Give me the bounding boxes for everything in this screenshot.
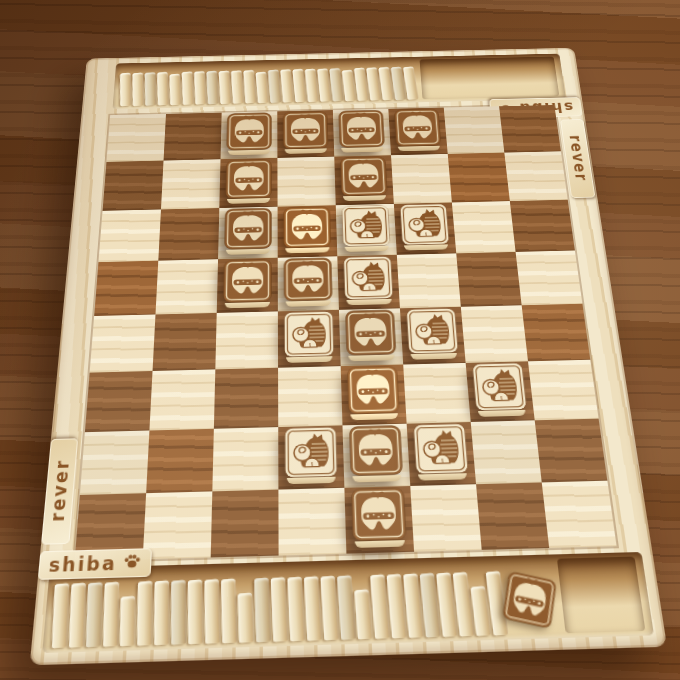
- stacked-tile[interactable]: [169, 74, 181, 106]
- brand-plaque-rever-left: rever: [41, 438, 78, 544]
- square-r3c5[interactable]: [336, 204, 397, 256]
- stacked-tile[interactable]: [254, 578, 271, 643]
- square-r5c5[interactable]: [339, 308, 403, 366]
- shiba-tail-icon: [472, 362, 528, 411]
- tile-shiba-face-side[interactable]: [347, 365, 400, 420]
- leaning-tile-face-side[interactable]: [501, 567, 557, 633]
- brand-word-rever: rever: [48, 459, 72, 523]
- tile-shiba-face-side[interactable]: [349, 424, 404, 482]
- square-r5c1[interactable]: [90, 314, 156, 372]
- square-r8c3[interactable]: [211, 490, 279, 558]
- square-r2c5[interactable]: [334, 155, 394, 205]
- tile-shiba-face-side[interactable]: [345, 309, 397, 361]
- tile-shiba-face-side[interactable]: [224, 207, 272, 254]
- square-r1c3[interactable]: [221, 111, 278, 159]
- stacked-tile[interactable]: [137, 581, 152, 646]
- empty-tray-slot-top: [420, 57, 560, 100]
- tile-shiba-face-side[interactable]: [283, 206, 331, 253]
- tile-shiba-tail-side[interactable]: [284, 310, 335, 362]
- tile-shiba-tail-side[interactable]: [343, 255, 394, 304]
- stacked-tile[interactable]: [69, 583, 86, 648]
- shiba-face-icon: [224, 207, 272, 249]
- shiba-tail-icon: [343, 255, 393, 299]
- tile-shiba-tail-side[interactable]: [413, 423, 469, 481]
- board-grid: [75, 105, 617, 561]
- square-r6c3[interactable]: [214, 368, 278, 429]
- square-r2c8[interactable]: [504, 151, 567, 201]
- stacked-tiles-bottom: [51, 571, 507, 648]
- shiba-face-icon: [347, 365, 400, 414]
- tile-shiba-face-side[interactable]: [283, 111, 329, 154]
- square-r5c4[interactable]: [278, 310, 341, 368]
- square-r8c4[interactable]: [278, 488, 346, 556]
- tile-shiba-face-side[interactable]: [226, 112, 272, 155]
- square-r2c4[interactable]: [277, 157, 335, 207]
- stacked-tile[interactable]: [221, 579, 237, 644]
- shiba-tail-icon: [284, 310, 335, 356]
- square-r2c3[interactable]: [219, 158, 277, 208]
- shiba-tail-icon: [341, 204, 390, 246]
- paw-print-icon: [122, 552, 142, 571]
- square-r6c5[interactable]: [341, 365, 407, 426]
- stacked-tile[interactable]: [280, 69, 294, 103]
- square-r4c8[interactable]: [516, 250, 583, 305]
- tile-shiba-tail-side[interactable]: [472, 362, 528, 417]
- stacked-tile[interactable]: [194, 71, 206, 105]
- square-r7c6[interactable]: [407, 422, 476, 486]
- stacked-tile[interactable]: [231, 70, 244, 104]
- stacked-tile[interactable]: [157, 72, 169, 106]
- square-r3c3[interactable]: [218, 207, 278, 260]
- paw-print-bottom: [122, 552, 142, 575]
- square-r6c2[interactable]: [149, 369, 215, 430]
- stacked-tile[interactable]: [120, 73, 131, 107]
- square-r1c8[interactable]: [499, 105, 561, 153]
- stacked-tile[interactable]: [337, 575, 356, 640]
- stacked-tile[interactable]: [103, 582, 119, 647]
- square-r3c7[interactable]: [452, 201, 516, 253]
- stacked-tile[interactable]: [287, 577, 305, 642]
- square-r1c4[interactable]: [277, 110, 334, 158]
- tile-shiba-face-side[interactable]: [394, 108, 442, 151]
- stacked-tile[interactable]: [182, 71, 194, 105]
- shiba-face-icon: [349, 424, 404, 475]
- shiba-face-icon: [225, 158, 272, 198]
- stacked-tile[interactable]: [145, 72, 157, 106]
- square-r5c3[interactable]: [215, 311, 278, 369]
- square-r2c2[interactable]: [161, 159, 221, 209]
- square-r3c2[interactable]: [158, 208, 219, 261]
- tile-shiba-face-side[interactable]: [223, 258, 272, 308]
- stacked-tile[interactable]: [243, 70, 256, 104]
- stacked-tile[interactable]: [86, 582, 102, 647]
- shiba-tail-icon: [399, 203, 449, 245]
- square-r7c7[interactable]: [471, 420, 542, 484]
- tile-shiba-face-side[interactable]: [225, 158, 272, 203]
- square-r6c6[interactable]: [403, 363, 471, 424]
- tile-shiba-tail-side[interactable]: [406, 307, 459, 359]
- stacked-tile[interactable]: [171, 580, 186, 645]
- square-r1c6[interactable]: [388, 108, 447, 156]
- stacked-tile[interactable]: [120, 596, 135, 647]
- square-r3c8[interactable]: [510, 200, 575, 252]
- shiba-tail-icon: [413, 423, 469, 474]
- square-r1c2[interactable]: [164, 113, 222, 161]
- square-r3c6[interactable]: [394, 202, 456, 254]
- square-r6c7[interactable]: [466, 361, 535, 422]
- square-r4c6[interactable]: [397, 253, 461, 308]
- stacked-tile[interactable]: [304, 576, 322, 641]
- square-r2c1[interactable]: [103, 161, 164, 211]
- square-r4c1[interactable]: [94, 261, 158, 316]
- square-r6c8[interactable]: [528, 360, 599, 421]
- shiba-face-icon: [283, 206, 331, 248]
- square-r2c7[interactable]: [448, 153, 510, 203]
- tile-shiba-face-side[interactable]: [338, 109, 385, 152]
- square-r7c2[interactable]: [146, 429, 214, 493]
- square-r8c2[interactable]: [143, 491, 213, 559]
- table-surface: shiba rever: [0, 0, 680, 680]
- square-r4c2[interactable]: [155, 259, 218, 314]
- shiba-face-icon: [223, 258, 272, 302]
- stacked-tiles-top: [119, 67, 417, 107]
- brand-word-rever: rever: [566, 135, 588, 182]
- square-r8c8[interactable]: [542, 481, 617, 548]
- square-r5c6[interactable]: [400, 307, 466, 365]
- shiba-face-icon: [338, 109, 385, 147]
- tile-shiba-face-side[interactable]: [283, 257, 332, 307]
- stacked-tile[interactable]: [238, 593, 254, 643]
- shiba-face-icon: [283, 111, 329, 149]
- shiba-tail-icon: [284, 426, 337, 478]
- square-r6c4[interactable]: [278, 366, 342, 427]
- shiba-face-icon: [394, 108, 442, 146]
- stacked-tile[interactable]: [256, 72, 269, 104]
- stacked-tile[interactable]: [204, 579, 220, 644]
- square-r7c5[interactable]: [342, 424, 410, 488]
- square-r7c8[interactable]: [535, 419, 608, 483]
- square-r3c1[interactable]: [98, 209, 161, 262]
- square-r1c7[interactable]: [444, 106, 505, 154]
- square-r8c7[interactable]: [476, 482, 549, 549]
- stacked-tile[interactable]: [188, 579, 203, 644]
- stacked-tile[interactable]: [219, 71, 232, 105]
- square-r7c4[interactable]: [278, 425, 344, 489]
- square-r3c4[interactable]: [278, 205, 338, 257]
- square-r5c8[interactable]: [522, 304, 591, 362]
- stacked-tile[interactable]: [154, 580, 169, 645]
- tile-shiba-face-side[interactable]: [351, 487, 407, 548]
- shiba-face-icon: [351, 487, 407, 541]
- square-r1c5[interactable]: [333, 109, 391, 157]
- square-r4c7[interactable]: [456, 252, 521, 307]
- square-r5c2[interactable]: [153, 313, 217, 371]
- board-perspective-wrapper: shiba rever: [30, 48, 667, 665]
- board-frame: shiba rever: [75, 105, 617, 561]
- shiba-face-icon: [501, 567, 557, 633]
- rever-shiba-board: shiba rever: [30, 48, 667, 665]
- square-r2c6[interactable]: [391, 154, 452, 204]
- square-r6c1[interactable]: [85, 371, 153, 432]
- square-r4c5[interactable]: [337, 255, 400, 310]
- tile-shiba-tail-side[interactable]: [284, 426, 337, 484]
- stacked-tile[interactable]: [132, 72, 143, 106]
- stacked-tile[interactable]: [320, 576, 339, 641]
- shiba-face-icon: [345, 309, 397, 355]
- square-r4c3[interactable]: [217, 258, 278, 313]
- square-r7c3[interactable]: [212, 427, 278, 491]
- square-r7c1[interactable]: [80, 430, 150, 494]
- shiba-tail-icon: [406, 307, 459, 353]
- stacked-tile[interactable]: [52, 583, 69, 648]
- stacked-tile[interactable]: [268, 69, 281, 103]
- square-r5c7[interactable]: [461, 305, 528, 363]
- stacked-tile[interactable]: [271, 577, 288, 642]
- tile-shiba-face-side[interactable]: [340, 156, 388, 201]
- square-r4c4[interactable]: [278, 256, 339, 311]
- stacked-tile[interactable]: [206, 71, 219, 105]
- tile-shiba-tail-side[interactable]: [341, 204, 390, 251]
- shiba-face-icon: [283, 257, 332, 301]
- square-r8c5[interactable]: [344, 486, 414, 554]
- stacked-tile[interactable]: [354, 589, 372, 639]
- empty-tray-slot-bottom: [557, 557, 645, 634]
- tile-shiba-tail-side[interactable]: [399, 203, 450, 250]
- brand-word-shiba: shiba: [48, 554, 117, 575]
- brand-plaque-shiba-bottom-left: shiba: [38, 548, 152, 580]
- shiba-face-icon: [226, 112, 272, 150]
- square-r1c1[interactable]: [106, 114, 165, 162]
- square-r8c6[interactable]: [410, 484, 481, 552]
- shiba-face-icon: [340, 156, 388, 196]
